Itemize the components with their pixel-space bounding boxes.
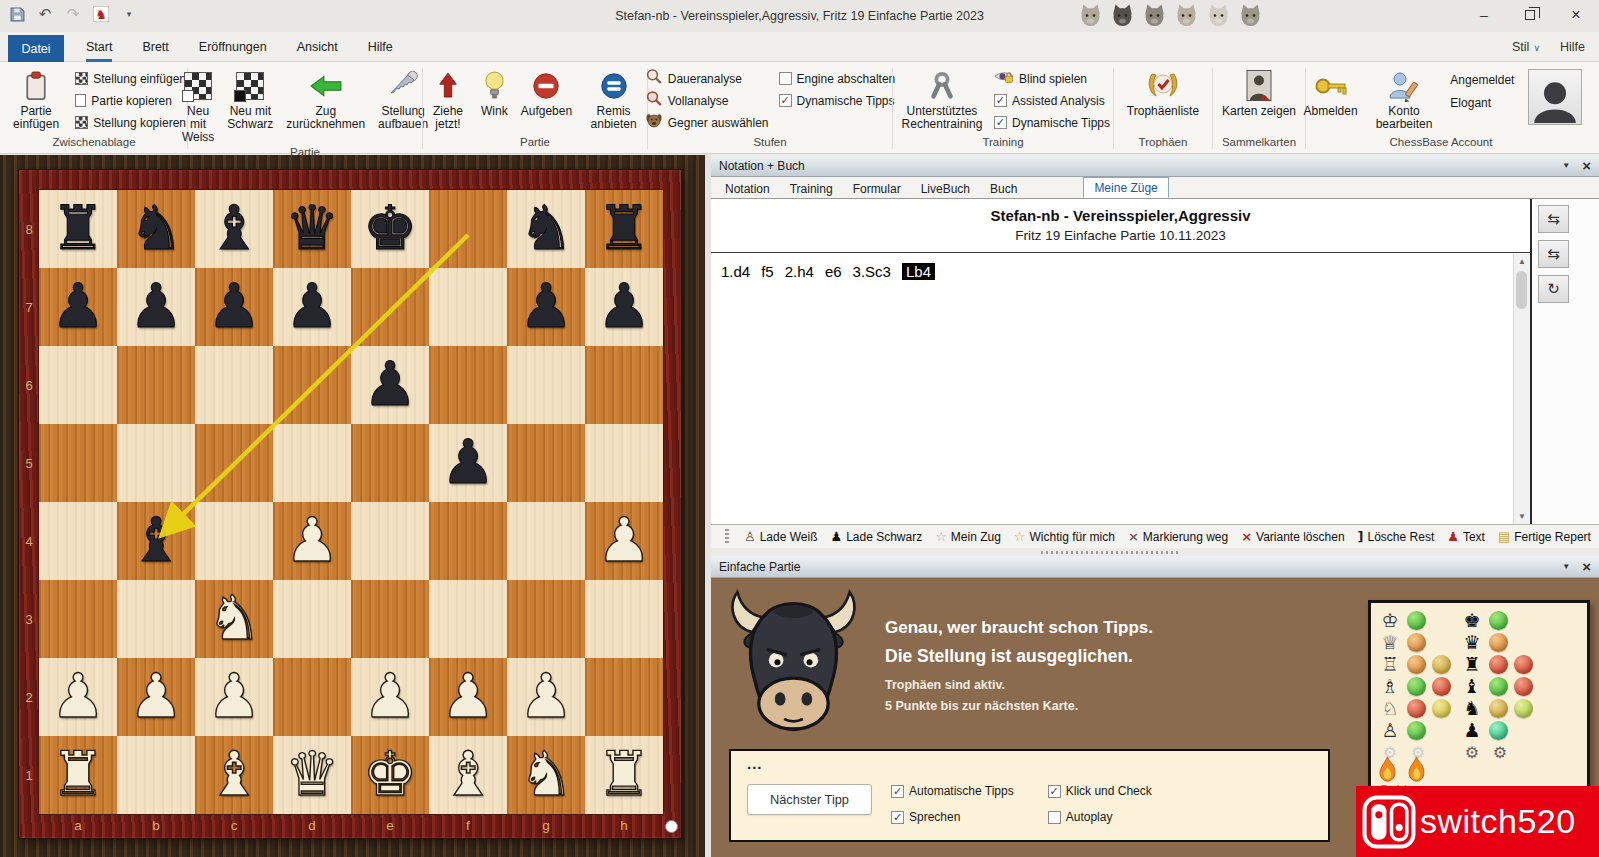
checkbox[interactable]	[891, 785, 904, 798]
turtle-avatar-icon[interactable]	[1238, 3, 1263, 28]
tab-livebuch[interactable]: LiveBuch	[911, 179, 980, 198]
square-f4[interactable]	[429, 502, 507, 580]
switch-logo-icon	[1361, 794, 1417, 850]
square-a4[interactable]	[39, 502, 117, 580]
restore-button[interactable]	[1507, 0, 1553, 30]
collapse-icon[interactable]: ▼	[1562, 562, 1570, 571]
menu-tab-datei[interactable]: Datei	[8, 35, 64, 62]
square-b5[interactable]	[117, 424, 195, 502]
square-b4[interactable]: ♝	[117, 502, 195, 580]
clipboard-icon	[22, 69, 50, 102]
black-pawn: ♟	[39, 268, 117, 346]
bull-avatar-icon[interactable]	[1110, 3, 1135, 28]
bull-mascot	[726, 580, 861, 747]
menu-tab-ansicht[interactable]: Ansicht	[297, 32, 338, 62]
white-queen: ♛	[273, 736, 351, 814]
fire-icon	[1376, 756, 1399, 784]
card-row: ♟	[1461, 719, 1533, 741]
notation-panel-title: Notation + Buch	[719, 159, 805, 173]
ribbon-group-stufen: Daueranalyse Vollanalyse Gegner auswähle…	[649, 64, 891, 153]
copy-game-button[interactable]: Partie kopieren	[75, 91, 186, 110]
square-h4[interactable]: ♟	[585, 502, 663, 580]
gold-dot	[1432, 655, 1451, 674]
move-lb4[interactable]: Lb4	[902, 263, 935, 280]
square-h6[interactable]	[585, 346, 663, 424]
black-rook: ♜	[39, 190, 117, 268]
scroll-down-icon[interactable]: ▼	[1518, 512, 1526, 521]
card-row: ♜	[1461, 653, 1533, 675]
square-f2[interactable]: ♟	[429, 658, 507, 736]
paste-position-button[interactable]: Stellung einfügen	[75, 69, 186, 88]
square-g2[interactable]: ♟	[507, 658, 585, 736]
black-pawn-icon: ♟	[830, 529, 842, 544]
white-rook: ♜	[39, 736, 117, 814]
magnifier-red-icon	[645, 90, 663, 111]
mini-board-icon	[75, 116, 88, 129]
black-pawn: ♟	[429, 424, 507, 502]
fox-avatar-icon[interactable]	[1174, 3, 1199, 28]
black-bishop: ♝	[117, 502, 195, 580]
lösche-rest-button[interactable]: ]Lösche Rest	[1358, 529, 1435, 544]
black-piece-icon: ♟	[1461, 719, 1483, 741]
fertige-repert-button[interactable]: ▤Fertige Repert	[1498, 529, 1591, 544]
square-f7[interactable]	[429, 268, 507, 346]
square-c7[interactable]: ♟	[195, 268, 273, 346]
yellowgreen-dot	[1514, 699, 1533, 718]
file-label-h: h	[585, 813, 663, 838]
black-pawn: ♟	[117, 268, 195, 346]
white-piece-icon: ♙	[1379, 719, 1401, 741]
einfache-partie-header: Einfache Partie ▼×	[711, 556, 1599, 578]
close-button[interactable]: ×	[1553, 0, 1599, 30]
checkbox[interactable]	[994, 94, 1007, 107]
green-dot	[1407, 721, 1426, 740]
white-piece-icon: ♘	[1379, 697, 1401, 719]
menubar: Datei StartBrettEröffnungenAnsichtHilfe …	[0, 32, 1599, 62]
black-piece-icon: ♞	[1461, 697, 1483, 719]
ribbon-group-sammelkarten: Karten zeigen Sammelkarten	[1214, 64, 1304, 153]
mini-board-icon	[75, 72, 88, 85]
scroll-up-icon[interactable]: ▲	[1518, 257, 1526, 266]
markierung-weg-button[interactable]: ×Markierung weg	[1128, 529, 1228, 544]
lade-weiß-button[interactable]: ♙Lade Weiß	[744, 529, 817, 544]
account-avatar	[1528, 69, 1582, 125]
white-board-icon	[184, 69, 212, 102]
horizontal-splitter[interactable]	[711, 548, 1599, 556]
fritz-window: ↶ ↷ ♞ ▾ Stefan-nb - Vereinsspieler,Aggre…	[0, 0, 1599, 857]
red-dot	[1514, 677, 1533, 696]
square-e7[interactable]	[351, 268, 429, 346]
square-f6[interactable]	[429, 346, 507, 424]
square-e2[interactable]: ♟	[351, 658, 429, 736]
card-row: ♛	[1461, 631, 1533, 653]
text-button[interactable]: ♟Text	[1447, 529, 1485, 544]
card-row: ♞	[1461, 697, 1533, 719]
offer-draw-button[interactable]: Remis anbieten	[581, 67, 646, 133]
owl-avatar-icon[interactable]	[1142, 3, 1167, 28]
square-g8[interactable]: ♞	[507, 190, 585, 268]
close-icon[interactable]: ×	[1582, 559, 1591, 574]
red-dot	[1432, 677, 1451, 696]
checkbox[interactable]	[1048, 811, 1061, 824]
style-menu[interactable]: Stil∨	[1512, 40, 1540, 54]
scrollbar-thumb[interactable]	[1516, 271, 1527, 309]
next-tip-button[interactable]: Nächster Tipp	[747, 784, 872, 815]
black-bishop: ♝	[195, 190, 273, 268]
square-g7[interactable]: ♟	[507, 268, 585, 346]
move-f5[interactable]: f5	[761, 263, 774, 280]
red-arrow-up-icon	[437, 69, 459, 102]
white-bishop: ♝	[195, 736, 273, 814]
square-d7[interactable]: ♟	[273, 268, 351, 346]
help-menu[interactable]: Hilfe	[1560, 40, 1585, 54]
rank-label-2: 2	[19, 658, 39, 736]
show-cards-button[interactable]: Karten zeigen	[1218, 67, 1300, 120]
customize-toolbar-icon[interactable]: ▾	[120, 5, 138, 23]
app-logo-icon: ♞	[92, 5, 110, 23]
toolbar-grip[interactable]	[725, 529, 729, 545]
square-a6[interactable]	[39, 346, 117, 424]
takeback-move-button[interactable]: Zug zurücknehmen	[282, 67, 369, 133]
green-dot	[1489, 611, 1508, 630]
square-d1[interactable]: ♛	[273, 736, 351, 814]
square-f1[interactable]: ♝	[429, 736, 507, 814]
opponent-dog-icon	[645, 112, 663, 133]
card-row: ♕	[1379, 631, 1451, 653]
notation-toolbar: ♙Lade Weiß♟Lade Schwarz☆Mein Zug☆Wichtig…	[711, 524, 1599, 548]
hand-grip-icon	[927, 69, 957, 102]
menubar-right: Stil∨ Hilfe	[1512, 32, 1585, 62]
green-dot	[1407, 611, 1426, 630]
copy-position-button[interactable]: Stellung kopieren	[75, 113, 186, 132]
wichtig-für-mich-button[interactable]: ☆Wichtig für mich	[1014, 529, 1115, 544]
automatische-tipps-checkbox[interactable]: Automatische Tipps	[891, 782, 1014, 801]
black-board-icon	[236, 69, 264, 102]
square-h2[interactable]	[585, 658, 663, 736]
rotate-button[interactable]: ↻	[1538, 275, 1569, 303]
einfache-partie-panel: Einfache Partie ▼×	[711, 556, 1599, 857]
black-queen: ♛	[273, 190, 351, 268]
square-h5[interactable]	[585, 424, 663, 502]
rank-labels: 87654321	[19, 190, 39, 814]
square-d3[interactable]	[273, 580, 351, 658]
square-c4[interactable]	[195, 502, 273, 580]
jump-to-variation-button[interactable]: ⇆	[1538, 205, 1569, 233]
square-b6[interactable]	[117, 346, 195, 424]
white-piece-icon: ♕	[1379, 631, 1401, 653]
card-row: ♚	[1461, 609, 1533, 631]
choose-opponent-button[interactable]: Gegner auswählen	[645, 113, 769, 132]
dynamic-tips-training-checkbox[interactable]: Dynamische Tipps	[994, 113, 1110, 132]
paste-game-button[interactable]: Partie einfügen	[2, 67, 70, 133]
tip-checkboxes: Automatische TippsSprechenKlick und Chec…	[891, 778, 1152, 830]
square-d2[interactable]	[273, 658, 351, 736]
chess-board[interactable]: ♜♞♝♛♚♞♜♟♟♟♟♟♟♟♟♝♟♟♞♟♟♟♟♟♟♜♝♛♚♝♞♜	[39, 190, 663, 814]
draw-icon	[599, 69, 629, 102]
tab-formular[interactable]: Formular	[843, 179, 911, 198]
green-dot	[1489, 677, 1508, 696]
tips-box: ... Nächster Tipp Automatische TippsSpre…	[729, 749, 1330, 842]
menu-tab-hilfe[interactable]: Hilfe	[368, 32, 393, 62]
rank-label-7: 7	[19, 268, 39, 346]
black-king: ♚	[351, 190, 429, 268]
square-c5[interactable]	[195, 424, 273, 502]
square-f5[interactable]: ♟	[429, 424, 507, 502]
trophies-active-message: Trophäen sind aktiv.	[885, 678, 1005, 692]
menu-tab-start[interactable]: Start	[86, 32, 112, 62]
white-pieces-column: ♔♕♖♗♘♙⚙⚙	[1379, 609, 1451, 763]
save-icon[interactable]	[8, 5, 26, 23]
star-plus-icon: ☆	[1014, 529, 1026, 544]
square-b7[interactable]: ♟	[117, 268, 195, 346]
blindfold-eye-icon	[994, 69, 1014, 88]
tab-notation[interactable]: Notation	[715, 179, 780, 198]
square-h8[interactable]: ♜	[585, 190, 663, 268]
assisted-calculation-button[interactable]: Unterstütztes Rechentraining	[896, 67, 988, 133]
square-a7[interactable]: ♟	[39, 268, 117, 346]
square-g5[interactable]	[507, 424, 585, 502]
notation-tabs: NotationTrainingFormularLiveBuchBuchMein…	[711, 177, 1599, 199]
board-panel: 87654321 abcdefgh ♜♞♝♛♚♞♜♟♟♟♟♟♟♟♟♝♟♟♞♟♟♟…	[0, 155, 705, 857]
game-header: Stefan-nb - Vereinsspieler,Aggressiv Fri…	[711, 199, 1530, 253]
variante-löschen-button[interactable]: ×Variante löschen	[1241, 529, 1344, 544]
notation-panel-header: Notation + Buch ▼×	[711, 155, 1599, 177]
black-pawn: ♟	[351, 346, 429, 424]
square-a8[interactable]: ♜	[39, 190, 117, 268]
square-f8[interactable]	[429, 190, 507, 268]
square-c6[interactable]	[195, 346, 273, 424]
collapse-icon[interactable]: ▼	[1562, 161, 1570, 170]
square-b1[interactable]	[117, 736, 195, 814]
square-e4[interactable]	[351, 502, 429, 580]
square-a2[interactable]: ♟	[39, 658, 117, 736]
tab-training[interactable]: Training	[780, 179, 843, 198]
card-row: ♘	[1379, 697, 1451, 719]
square-c8[interactable]: ♝	[195, 190, 273, 268]
text-icon: ♟	[1447, 529, 1459, 544]
points-to-card-message: 5 Punkte bis zur nächsten Karte.	[885, 699, 1078, 713]
square-e1[interactable]: ♚	[351, 736, 429, 814]
trophy-list-button[interactable]: Trophäenliste	[1123, 67, 1203, 120]
delete-variation-icon: ×	[1241, 529, 1252, 544]
square-h1[interactable]: ♜	[585, 736, 663, 814]
rank-label-8: 8	[19, 190, 39, 268]
lightbulb-icon	[483, 69, 506, 102]
orange-dot	[1407, 633, 1426, 652]
account-status: Angemeldet Elogant	[1446, 67, 1518, 110]
einfache-partie-title: Einfache Partie	[719, 560, 800, 574]
menu-tab-brett[interactable]: Brett	[142, 32, 168, 62]
black-pieces-column: ♚♛♜♝♞♟⚙⚙	[1461, 609, 1533, 763]
move-2-h4[interactable]: 2.h4	[785, 263, 814, 280]
black-piece-icon: ♜	[1461, 653, 1483, 675]
gold-dot	[1489, 699, 1508, 718]
game-players: Stefan-nb - Vereinsspieler,Aggressiv	[711, 207, 1530, 224]
square-c2[interactable]: ♟	[195, 658, 273, 736]
white-piece-icon: ♖	[1379, 653, 1401, 675]
dynamic-tips-checkbox[interactable]: Dynamische Tipps	[779, 91, 896, 110]
person-silhouette-icon	[1529, 78, 1581, 124]
resign-icon	[531, 69, 561, 102]
variations-button[interactable]: ⇆	[1538, 240, 1569, 268]
white-king: ♚	[351, 736, 429, 814]
notation-body: Stefan-nb - Vereinsspieler,Aggressiv Fri…	[711, 199, 1599, 524]
square-e5[interactable]	[351, 424, 429, 502]
assisted-analysis-checkbox[interactable]: Assisted Analysis	[994, 91, 1110, 110]
white-to-move-indicator	[665, 820, 678, 833]
black-knight: ♞	[117, 190, 195, 268]
ribbon: Partie einfügen Stellung einfügen Partie…	[0, 62, 1599, 154]
sprechen-checkbox[interactable]: Sprechen	[891, 808, 1014, 827]
autoplay-checkbox[interactable]: Autoplay	[1048, 808, 1152, 827]
dog-avatar-icon[interactable]	[1078, 3, 1103, 28]
square-g1[interactable]: ♞	[507, 736, 585, 814]
bracket-icon: ]	[1358, 529, 1364, 544]
menu-tabs: StartBrettEröffnungenAnsichtHilfe	[76, 32, 403, 62]
square-h7[interactable]: ♟	[585, 268, 663, 346]
move-3-sc3[interactable]: 3.Sc3	[853, 263, 891, 280]
white-pawn-icon: ♙	[744, 529, 756, 544]
trophy-icon	[1146, 69, 1180, 102]
tab-buch[interactable]: Buch	[980, 179, 1027, 198]
square-g4[interactable]	[507, 502, 585, 580]
checkbox[interactable]	[994, 116, 1007, 129]
window-controls: – ×	[1461, 0, 1599, 30]
square-g6[interactable]	[507, 346, 585, 424]
lade-schwarz-button[interactable]: ♟Lade Schwarz	[830, 529, 922, 544]
mein-zug-button[interactable]: ☆Mein Zug	[935, 529, 1001, 544]
card-row: ♙	[1379, 719, 1451, 741]
ribbon-group-training: Unterstütztes Rechentraining Blind spiel…	[894, 64, 1112, 153]
gear-icon: ⚙	[1489, 743, 1511, 762]
black-piece-icon: ♝	[1461, 675, 1483, 697]
move-list: 1.d4f52.h4e63.Sc3Lb4	[711, 253, 1530, 290]
undo-icon[interactable]: ↶	[36, 5, 54, 23]
quick-access-toolbar: ↶ ↷ ♞ ▾	[8, 5, 138, 23]
portrait-card-icon	[1246, 69, 1272, 102]
square-c1[interactable]: ♝	[195, 736, 273, 814]
move-e6[interactable]: e6	[825, 263, 842, 280]
yellow-dot	[1432, 699, 1451, 718]
black-pawn: ♟	[195, 268, 273, 346]
checkbox[interactable]	[1048, 785, 1061, 798]
edit-account-button[interactable]: Konto bearbeiten	[1372, 67, 1437, 133]
square-e3[interactable]	[351, 580, 429, 658]
square-c3[interactable]: ♞	[195, 580, 273, 658]
file-label-e: e	[351, 813, 429, 838]
square-d5[interactable]	[273, 424, 351, 502]
square-d8[interactable]: ♛	[273, 190, 351, 268]
gear-icon: ⚙	[1461, 743, 1483, 762]
checkbox[interactable]	[779, 72, 792, 85]
tip-text: ...	[747, 755, 763, 772]
svg-text:♞: ♞	[95, 7, 107, 22]
black-pawn: ♟	[273, 268, 351, 346]
rank-label-6: 6	[19, 346, 39, 424]
square-a5[interactable]	[39, 424, 117, 502]
ribbon-group-partie-2: Ziehe jetzt! Wink Aufgeben Remis anbiete…	[424, 64, 646, 153]
green-dot	[1407, 677, 1426, 696]
blindfold-button[interactable]: Blind spielen	[994, 69, 1110, 88]
square-e8[interactable]: ♚	[351, 190, 429, 268]
titlebar: ↶ ↷ ♞ ▾ Stefan-nb - Vereinsspieler,Aggre…	[0, 0, 1599, 32]
square-b3[interactable]	[117, 580, 195, 658]
move-now-button[interactable]: Ziehe jetzt!	[424, 67, 472, 133]
white-knight: ♞	[195, 580, 273, 658]
infinite-analysis-button[interactable]: Daueranalyse	[645, 69, 769, 88]
white-pawn: ♟	[507, 658, 585, 736]
white-piece-icon: ♔	[1379, 609, 1401, 631]
fire-icon	[1405, 756, 1428, 784]
card-row: ♖	[1379, 653, 1451, 675]
hint-button[interactable]: Wink	[477, 67, 512, 120]
file-label-a: a	[39, 813, 117, 838]
right-column: Notation + Buch ▼× NotationTrainingFormu…	[711, 155, 1599, 857]
menu-tab-eröffnungen[interactable]: Eröffnungen	[199, 32, 267, 62]
black-knight: ♞	[507, 190, 585, 268]
black-pawn: ♟	[585, 268, 663, 346]
close-icon[interactable]: ×	[1582, 158, 1591, 173]
fire-icons	[1376, 756, 1428, 784]
game-event: Fritz 19 Einfache Partie 10.11.2023	[711, 228, 1530, 243]
repertoire-icon: ▤	[1498, 529, 1510, 544]
white-pawn: ♟	[351, 658, 429, 736]
square-a1[interactable]: ♜	[39, 736, 117, 814]
ribbon-group-chessbase-account: Abmelden Konto bearbeiten Angemeldet Elo…	[1307, 64, 1575, 153]
move-1-d4[interactable]: 1.d4	[721, 263, 750, 280]
file-label-g: g	[507, 813, 585, 838]
notation-side-buttons: ⇆ ⇆ ↻	[1532, 199, 1599, 524]
checkbox[interactable]	[891, 811, 904, 824]
checkbox[interactable]	[779, 94, 792, 107]
chevron-down-icon: ∨	[1533, 43, 1540, 53]
white-bishop: ♝	[429, 736, 507, 814]
square-h3[interactable]	[585, 580, 663, 658]
redo-icon[interactable]: ↷	[64, 5, 82, 23]
square-g3[interactable]	[507, 580, 585, 658]
mouse-avatar-icon[interactable]	[1206, 3, 1231, 28]
new-game-white-button[interactable]: Neu mit Weiss	[178, 67, 218, 146]
square-a3[interactable]	[39, 580, 117, 658]
full-analysis-button[interactable]: Vollanalyse	[645, 91, 769, 110]
new-game-black-button[interactable]: Neu mit Schwarz	[223, 67, 277, 133]
square-f3[interactable]	[429, 580, 507, 658]
key-icon	[1314, 69, 1348, 102]
tab-meine-züge[interactable]: Meine Züge	[1083, 177, 1168, 198]
watermark-text: switch520	[1420, 802, 1576, 841]
white-piece-icon: ♗	[1379, 675, 1401, 697]
logout-button[interactable]: Abmelden	[1300, 67, 1362, 120]
animal-avatars	[1078, 3, 1263, 28]
square-d4[interactable]: ♟	[273, 502, 351, 580]
square-b2[interactable]: ♟	[117, 658, 195, 736]
engine-off-checkbox[interactable]: Engine abschalten	[779, 69, 896, 88]
square-e6[interactable]: ♟	[351, 346, 429, 424]
resign-button[interactable]: Aufgeben	[517, 67, 576, 120]
splitter-handle[interactable]	[1041, 551, 1181, 554]
white-pawn: ♟	[39, 658, 117, 736]
card-row: ♗	[1379, 675, 1451, 697]
white-pawn: ♟	[429, 658, 507, 736]
square-b8[interactable]: ♞	[117, 190, 195, 268]
klick-und-check-checkbox[interactable]: Klick und Check	[1048, 782, 1152, 801]
square-d6[interactable]	[273, 346, 351, 424]
red-dot	[1514, 655, 1533, 674]
orange-dot	[1407, 655, 1426, 674]
card-row: ♔	[1379, 609, 1451, 631]
rank-label-5: 5	[19, 424, 39, 502]
minimize-button[interactable]: –	[1461, 0, 1507, 30]
